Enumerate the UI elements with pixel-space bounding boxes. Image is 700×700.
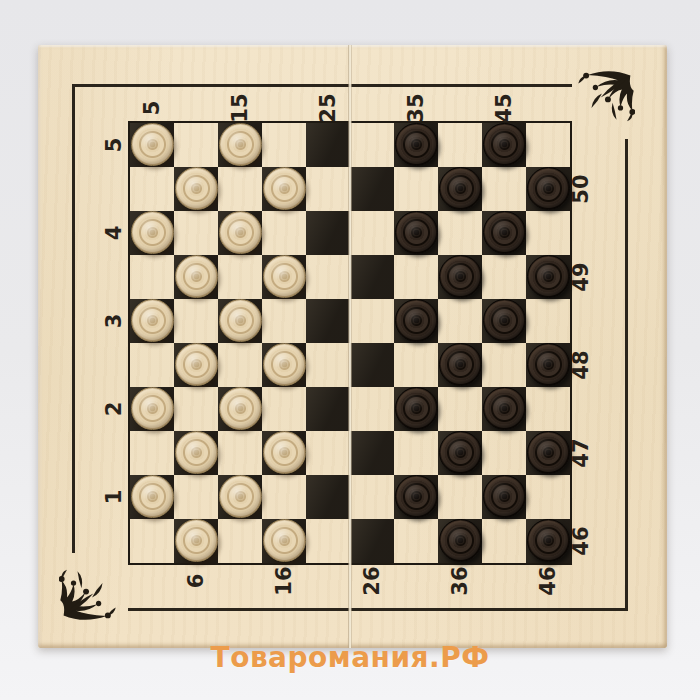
light-square	[350, 299, 394, 343]
square-3[interactable]	[130, 299, 174, 343]
light-square	[262, 123, 306, 167]
light-square	[350, 211, 394, 255]
black-man-square-50[interactable]	[527, 167, 570, 210]
white-man-square-11[interactable]	[219, 475, 262, 518]
square-2[interactable]	[130, 387, 174, 431]
white-man-square-10[interactable]	[175, 167, 218, 210]
white-man-square-20[interactable]	[263, 167, 306, 210]
board: 515253545616263646543215049484746	[38, 45, 667, 648]
frame-border-right	[625, 139, 628, 609]
coord-left-4: 4	[92, 211, 136, 255]
square-6[interactable]	[174, 519, 218, 563]
square-22[interactable]	[306, 387, 350, 431]
square-39[interactable]	[438, 255, 482, 299]
square-36[interactable]	[438, 519, 482, 563]
square-44[interactable]	[482, 211, 526, 255]
black-man-square-37[interactable]	[439, 431, 482, 474]
flourish-icon	[569, 71, 635, 137]
square-31[interactable]	[394, 475, 438, 519]
light-square	[218, 255, 262, 299]
light-square	[130, 343, 174, 387]
light-square	[174, 123, 218, 167]
light-square	[130, 519, 174, 563]
square-42[interactable]	[482, 387, 526, 431]
square-34[interactable]	[394, 211, 438, 255]
light-square	[174, 387, 218, 431]
light-square	[438, 211, 482, 255]
black-man-square-34[interactable]	[395, 211, 438, 254]
coord-bottom-46: 46	[526, 559, 570, 603]
light-square	[174, 299, 218, 343]
square-20[interactable]	[262, 167, 306, 211]
white-man-square-19[interactable]	[263, 255, 306, 298]
light-square	[394, 431, 438, 475]
square-5[interactable]	[130, 123, 174, 167]
light-square	[394, 167, 438, 211]
black-man-square-32[interactable]	[395, 387, 438, 430]
coord-bottom-36: 36	[438, 559, 482, 603]
white-man-square-4[interactable]	[131, 211, 174, 254]
square-23[interactable]	[306, 299, 350, 343]
square-41[interactable]	[482, 475, 526, 519]
white-man-square-7[interactable]	[175, 431, 218, 474]
light-square	[306, 255, 350, 299]
black-man-square-35[interactable]	[395, 123, 438, 166]
light-square	[130, 167, 174, 211]
square-14[interactable]	[218, 211, 262, 255]
white-man-square-15[interactable]	[219, 123, 262, 166]
square-8[interactable]	[174, 343, 218, 387]
black-man-square-39[interactable]	[439, 255, 482, 298]
black-man-square-42[interactable]	[483, 387, 526, 430]
board-fold-seam	[348, 45, 352, 648]
white-man-square-13[interactable]	[219, 299, 262, 342]
square-26[interactable]	[350, 519, 394, 563]
light-square	[262, 299, 306, 343]
coord-bottom-26: 26	[350, 559, 394, 603]
light-square	[526, 387, 570, 431]
light-square	[438, 299, 482, 343]
light-square	[482, 343, 526, 387]
square-29[interactable]	[350, 255, 394, 299]
square-43[interactable]	[482, 299, 526, 343]
square-45[interactable]	[482, 123, 526, 167]
white-man-square-8[interactable]	[175, 343, 218, 386]
frame-border-left	[72, 84, 75, 553]
corner-ornament-bottom-left	[59, 554, 125, 620]
white-man-square-6[interactable]	[175, 519, 218, 562]
square-13[interactable]	[218, 299, 262, 343]
light-square	[306, 343, 350, 387]
black-man-square-49[interactable]	[527, 255, 570, 298]
black-man-square-47[interactable]	[527, 431, 570, 474]
square-19[interactable]	[262, 255, 306, 299]
light-square	[526, 475, 570, 519]
white-man-square-5[interactable]	[131, 123, 174, 166]
square-37[interactable]	[438, 431, 482, 475]
square-1[interactable]	[130, 475, 174, 519]
black-man-square-38[interactable]	[439, 343, 482, 386]
white-man-square-1[interactable]	[131, 475, 174, 518]
light-square	[262, 387, 306, 431]
white-man-square-17[interactable]	[263, 431, 306, 474]
light-square	[482, 167, 526, 211]
white-man-square-14[interactable]	[219, 211, 262, 254]
square-28[interactable]	[350, 343, 394, 387]
black-man-square-46[interactable]	[527, 519, 570, 562]
square-7[interactable]	[174, 431, 218, 475]
coord-left-5: 5	[92, 123, 136, 167]
white-man-square-2[interactable]	[131, 387, 174, 430]
light-square	[350, 387, 394, 431]
corner-ornament-top-right	[569, 71, 635, 137]
square-9[interactable]	[174, 255, 218, 299]
light-square	[306, 167, 350, 211]
light-square	[130, 431, 174, 475]
square-27[interactable]	[350, 431, 394, 475]
light-square	[438, 387, 482, 431]
white-man-square-18[interactable]	[263, 343, 306, 386]
white-man-square-3[interactable]	[131, 299, 174, 342]
square-12[interactable]	[218, 387, 262, 431]
light-square	[394, 343, 438, 387]
frame-border-bottom	[128, 608, 628, 611]
light-square	[526, 299, 570, 343]
light-square	[306, 519, 350, 563]
coord-left-3: 3	[92, 299, 136, 343]
black-man-square-44[interactable]	[483, 211, 526, 254]
square-4[interactable]	[130, 211, 174, 255]
light-square	[394, 255, 438, 299]
square-38[interactable]	[438, 343, 482, 387]
square-11[interactable]	[218, 475, 262, 519]
watermark-text: Товаромания.РФ	[0, 641, 700, 674]
square-10[interactable]	[174, 167, 218, 211]
light-square	[218, 431, 262, 475]
light-square	[262, 211, 306, 255]
light-square	[306, 431, 350, 475]
light-square	[482, 431, 526, 475]
square-15[interactable]	[218, 123, 262, 167]
square-16[interactable]	[262, 519, 306, 563]
black-man-square-40[interactable]	[439, 167, 482, 210]
square-24[interactable]	[306, 211, 350, 255]
square-17[interactable]	[262, 431, 306, 475]
black-man-square-41[interactable]	[483, 475, 526, 518]
black-man-square-31[interactable]	[395, 475, 438, 518]
light-square	[526, 123, 570, 167]
coord-bottom-6: 6	[174, 559, 218, 603]
square-21[interactable]	[306, 475, 350, 519]
light-square	[482, 255, 526, 299]
coord-bottom-16: 16	[262, 559, 306, 603]
product-photo: 515253545616263646543215049484746 Товаро…	[0, 0, 700, 700]
black-man-square-36[interactable]	[439, 519, 482, 562]
light-square	[218, 343, 262, 387]
light-square	[218, 519, 262, 563]
black-man-square-45[interactable]	[483, 123, 526, 166]
light-square	[130, 255, 174, 299]
coord-top-25: 25	[306, 86, 350, 130]
light-square	[438, 123, 482, 167]
black-man-square-43[interactable]	[483, 299, 526, 342]
light-square	[174, 211, 218, 255]
coord-left-2: 2	[92, 387, 136, 431]
light-square	[482, 519, 526, 563]
light-square	[174, 475, 218, 519]
square-32[interactable]	[394, 387, 438, 431]
light-square	[438, 475, 482, 519]
square-18[interactable]	[262, 343, 306, 387]
light-square	[394, 519, 438, 563]
black-man-square-33[interactable]	[395, 299, 438, 342]
light-square	[262, 475, 306, 519]
square-40[interactable]	[438, 167, 482, 211]
square-33[interactable]	[394, 299, 438, 343]
square-30[interactable]	[350, 167, 394, 211]
square-35[interactable]	[394, 123, 438, 167]
white-man-square-9[interactable]	[175, 255, 218, 298]
coord-left-1: 1	[92, 475, 136, 519]
light-square	[350, 475, 394, 519]
light-square	[218, 167, 262, 211]
white-man-square-16[interactable]	[263, 519, 306, 562]
light-square	[526, 211, 570, 255]
black-man-square-48[interactable]	[527, 343, 570, 386]
light-square	[350, 123, 394, 167]
flourish-icon	[59, 554, 125, 620]
white-man-square-12[interactable]	[219, 387, 262, 430]
